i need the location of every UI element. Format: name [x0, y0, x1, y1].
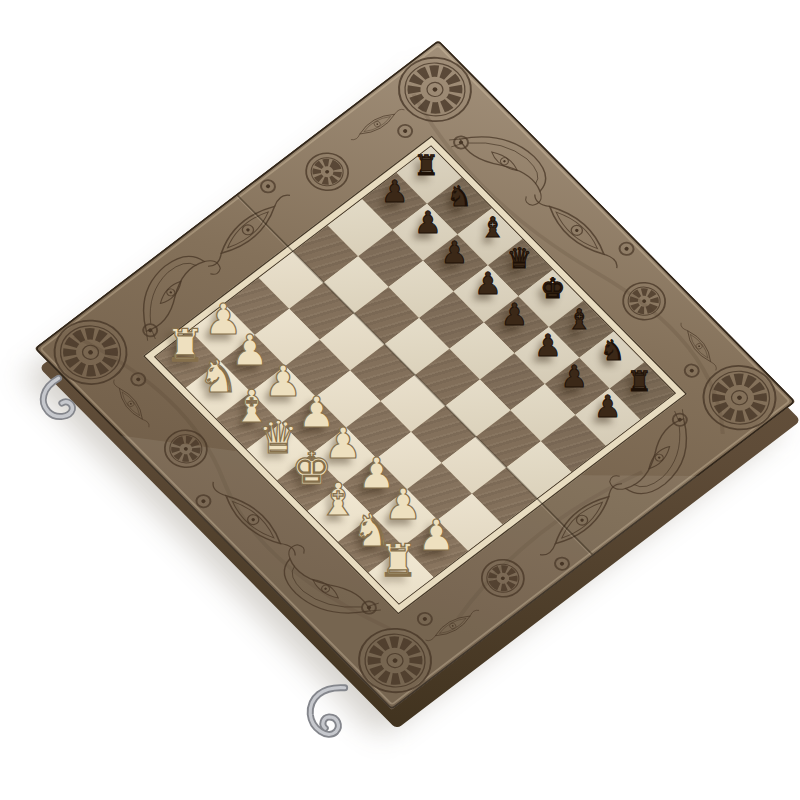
chess-board-box: ♜♞♝♛♚♝♞♜♟♟♟♟♟♟♟♟♟♟♟♟♟♟♟♟♜♞♝♛♚♝♞♜ [34, 40, 796, 710]
product-photo-stage: ♜♞♝♛♚♝♞♜♟♟♟♟♟♟♟♟♟♟♟♟♟♟♟♟♜♞♝♛♚♝♞♜ [0, 0, 800, 800]
piece-white-rook[interactable]: ♜ [370, 532, 426, 588]
